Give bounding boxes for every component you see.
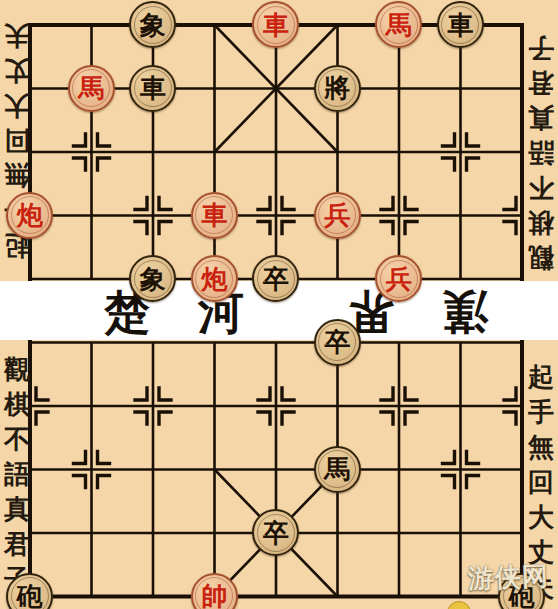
site-watermark: 游侠网 <box>467 559 549 597</box>
piece-black-soldier-f5[interactable]: 卒 <box>314 319 361 366</box>
piece-glyph: 卒 <box>263 266 289 292</box>
piece-glyph: 象 <box>140 12 166 38</box>
piece-glyph: 砲 <box>17 583 43 609</box>
piece-glyph: 炮 <box>17 202 43 228</box>
piece-black-elephant-c4[interactable]: 象 <box>129 255 176 302</box>
pieces-layer: 象車馬車馬車將炮車兵象炮卒兵卒馬卒砲帥砲 <box>0 0 553 609</box>
piece-black-horse-f7[interactable]: 馬 <box>314 446 361 493</box>
piece-red-soldier-g4[interactable]: 兵 <box>375 255 422 302</box>
piece-glyph: 兵 <box>386 266 412 292</box>
piece-glyph: 車 <box>447 12 473 38</box>
piece-red-horse-b1[interactable]: 馬 <box>68 65 115 112</box>
piece-glyph: 馬 <box>324 456 350 482</box>
piece-black-chariot-h0[interactable]: 車 <box>437 1 484 48</box>
piece-black-soldier-e4[interactable]: 卒 <box>252 255 299 302</box>
piece-red-cannon-a3[interactable]: 炮 <box>6 192 53 239</box>
piece-black-soldier-e8[interactable]: 卒 <box>252 509 299 556</box>
piece-red-general-d9[interactable]: 帥 <box>191 573 238 609</box>
piece-glyph: 將 <box>324 75 350 101</box>
piece-glyph: 卒 <box>263 520 289 546</box>
piece-black-elephant-c0[interactable]: 象 <box>129 1 176 48</box>
piece-glyph: 炮 <box>201 266 227 292</box>
piece-glyph: 兵 <box>324 202 350 228</box>
xiangqi-game-board: 起 手 無 回 大 丈 夫 觀 棋 不 語 真 君 子 觀 棋 不 語 真 君 … <box>0 0 558 609</box>
piece-glyph: 卒 <box>324 329 350 355</box>
piece-glyph: 馬 <box>386 12 412 38</box>
piece-glyph: 車 <box>140 75 166 101</box>
piece-red-horse-g0[interactable]: 馬 <box>375 1 422 48</box>
piece-glyph: 帥 <box>201 583 227 609</box>
piece-red-soldier-f3[interactable]: 兵 <box>314 192 361 239</box>
piece-red-cannon-d4[interactable]: 炮 <box>191 255 238 302</box>
piece-black-chariot-c1[interactable]: 車 <box>129 65 176 112</box>
piece-glyph: 象 <box>140 266 166 292</box>
piece-black-cannon-a9[interactable]: 砲 <box>6 573 53 609</box>
piece-red-chariot-e0[interactable]: 車 <box>252 1 299 48</box>
piece-glyph: 車 <box>263 12 289 38</box>
piece-black-general-f1[interactable]: 將 <box>314 65 361 112</box>
piece-glyph: 車 <box>201 202 227 228</box>
piece-glyph: 馬 <box>78 75 104 101</box>
piece-red-chariot-d3[interactable]: 車 <box>191 192 238 239</box>
